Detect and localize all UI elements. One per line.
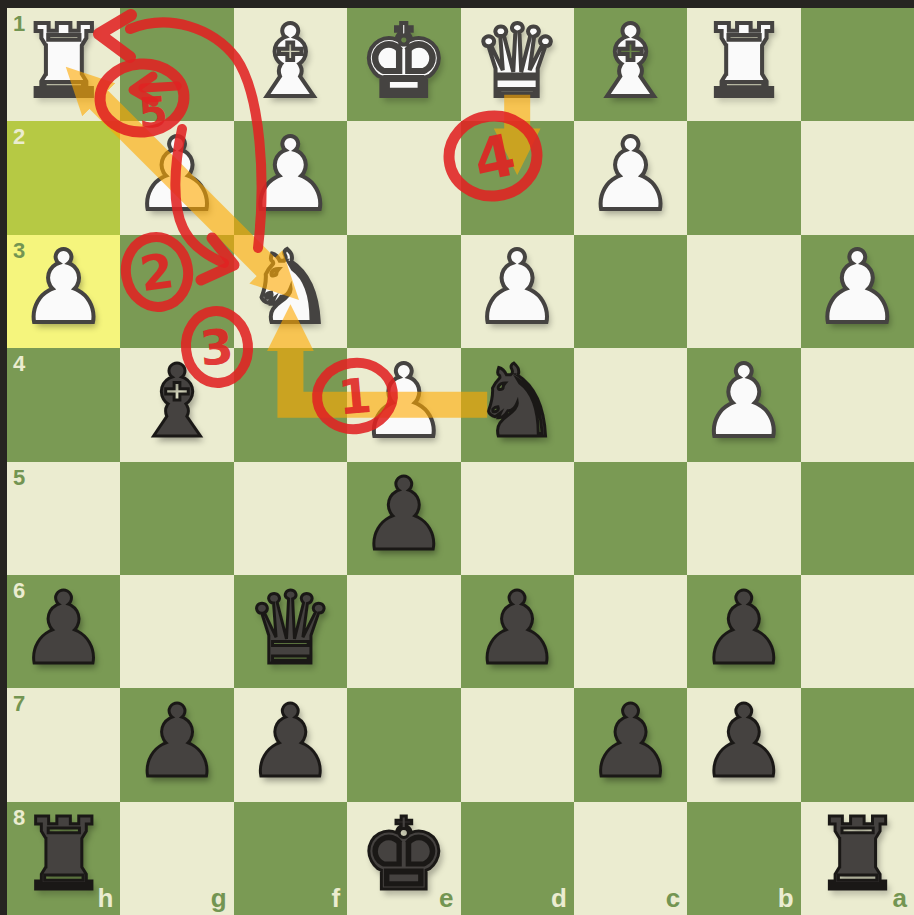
square-f4[interactable]	[234, 348, 347, 461]
piece-black-pawn-b7[interactable]: ♟	[687, 685, 800, 798]
square-f5[interactable]	[234, 462, 347, 575]
piece-white-pawn-a3[interactable]: ♟	[801, 232, 914, 345]
square-c4[interactable]	[574, 348, 687, 461]
square-g5[interactable]	[120, 462, 233, 575]
square-b1[interactable]: ♜	[687, 8, 800, 121]
rank-label-4: 4	[13, 353, 25, 375]
rank-label-7: 7	[13, 693, 25, 715]
square-g7[interactable]: ♟	[120, 688, 233, 801]
square-f7[interactable]: ♟	[234, 688, 347, 801]
square-c3[interactable]	[574, 235, 687, 348]
square-a5[interactable]	[801, 462, 914, 575]
piece-black-pawn-h6[interactable]: ♟	[7, 572, 120, 685]
piece-white-pawn-f2[interactable]: ♟	[234, 118, 347, 231]
square-e1[interactable]: ♚	[347, 8, 460, 121]
piece-black-pawn-f7[interactable]: ♟	[234, 685, 347, 798]
square-b8[interactable]: b	[687, 802, 800, 915]
square-a7[interactable]	[801, 688, 914, 801]
file-label-g: g	[211, 885, 227, 911]
piece-black-pawn-d6[interactable]: ♟	[461, 572, 574, 685]
file-label-c: c	[666, 885, 680, 911]
piece-white-pawn-e4[interactable]: ♟	[347, 345, 460, 458]
square-b4[interactable]: ♟	[687, 348, 800, 461]
rank-label-5: 5	[13, 467, 25, 489]
piece-black-pawn-e5[interactable]: ♟	[347, 459, 460, 572]
piece-white-pawn-b4[interactable]: ♟	[687, 345, 800, 458]
piece-white-rook-b1[interactable]: ♜	[687, 5, 800, 118]
piece-black-pawn-c7[interactable]: ♟	[574, 685, 687, 798]
square-f3[interactable]: ♞	[234, 235, 347, 348]
square-h5[interactable]: 5	[7, 462, 120, 575]
piece-white-queen-d1[interactable]: ♛	[461, 5, 574, 118]
square-a3[interactable]: ♟	[801, 235, 914, 348]
piece-white-knight-f3[interactable]: ♞	[234, 232, 347, 345]
chess-board: 1♜♝♚♛♝♜2♟♟♟3♟♞♟♟4♝♟♞♟5♟6♟♛♟♟7♟♟♟♟8h♜gfe♚…	[7, 8, 914, 915]
square-c8[interactable]: c	[574, 802, 687, 915]
piece-black-pawn-b6[interactable]: ♟	[687, 572, 800, 685]
square-h1[interactable]: 1♜	[7, 8, 120, 121]
square-d2[interactable]	[461, 121, 574, 234]
square-h4[interactable]: 4	[7, 348, 120, 461]
piece-black-pawn-g7[interactable]: ♟	[120, 685, 233, 798]
file-label-f: f	[331, 885, 340, 911]
square-f2[interactable]: ♟	[234, 121, 347, 234]
square-a2[interactable]	[801, 121, 914, 234]
piece-white-king-e1[interactable]: ♚	[347, 5, 460, 118]
square-b7[interactable]: ♟	[687, 688, 800, 801]
square-g2[interactable]: ♟	[120, 121, 233, 234]
square-e2[interactable]	[347, 121, 460, 234]
square-f8[interactable]: f	[234, 802, 347, 915]
piece-white-rook-h1[interactable]: ♜	[7, 5, 120, 118]
square-a4[interactable]	[801, 348, 914, 461]
piece-white-bishop-f1[interactable]: ♝	[234, 5, 347, 118]
square-e6[interactable]	[347, 575, 460, 688]
square-d1[interactable]: ♛	[461, 8, 574, 121]
square-d4[interactable]: ♞	[461, 348, 574, 461]
piece-black-king-e8[interactable]: ♚	[347, 799, 460, 912]
square-d8[interactable]: d	[461, 802, 574, 915]
square-c2[interactable]: ♟	[574, 121, 687, 234]
piece-black-queen-f6[interactable]: ♛	[234, 572, 347, 685]
piece-black-knight-d4[interactable]: ♞	[461, 345, 574, 458]
file-label-d: d	[551, 885, 567, 911]
square-c5[interactable]	[574, 462, 687, 575]
rank-label-2: 2	[13, 126, 25, 148]
square-b5[interactable]	[687, 462, 800, 575]
square-g3[interactable]	[120, 235, 233, 348]
square-f6[interactable]: ♛	[234, 575, 347, 688]
square-d5[interactable]	[461, 462, 574, 575]
square-b3[interactable]	[687, 235, 800, 348]
square-e8[interactable]: e♚	[347, 802, 460, 915]
square-e5[interactable]: ♟	[347, 462, 460, 575]
square-g6[interactable]	[120, 575, 233, 688]
square-f1[interactable]: ♝	[234, 8, 347, 121]
file-label-b: b	[778, 885, 794, 911]
piece-black-bishop-g4[interactable]: ♝	[120, 345, 233, 458]
square-a1[interactable]	[801, 8, 914, 121]
square-g1[interactable]	[120, 8, 233, 121]
square-b2[interactable]	[687, 121, 800, 234]
square-c7[interactable]: ♟	[574, 688, 687, 801]
square-b6[interactable]: ♟	[687, 575, 800, 688]
piece-white-pawn-d3[interactable]: ♟	[461, 232, 574, 345]
square-c1[interactable]: ♝	[574, 8, 687, 121]
square-h3[interactable]: 3♟	[7, 235, 120, 348]
square-h8[interactable]: 8h♜	[7, 802, 120, 915]
square-c6[interactable]	[574, 575, 687, 688]
square-a8[interactable]: a♜	[801, 802, 914, 915]
piece-white-pawn-h3[interactable]: ♟	[7, 232, 120, 345]
piece-white-bishop-c1[interactable]: ♝	[574, 5, 687, 118]
piece-white-pawn-c2[interactable]: ♟	[574, 118, 687, 231]
square-h2[interactable]: 2	[7, 121, 120, 234]
square-g4[interactable]: ♝	[120, 348, 233, 461]
square-d6[interactable]: ♟	[461, 575, 574, 688]
piece-black-rook-a8[interactable]: ♜	[801, 799, 914, 912]
square-h7[interactable]: 7	[7, 688, 120, 801]
square-a6[interactable]	[801, 575, 914, 688]
square-h6[interactable]: 6♟	[7, 575, 120, 688]
piece-black-rook-h8[interactable]: ♜	[7, 799, 120, 912]
square-e3[interactable]	[347, 235, 460, 348]
square-e7[interactable]	[347, 688, 460, 801]
square-e4[interactable]: ♟	[347, 348, 460, 461]
square-d3[interactable]: ♟	[461, 235, 574, 348]
piece-white-pawn-g2[interactable]: ♟	[120, 118, 233, 231]
square-g8[interactable]: g	[120, 802, 233, 915]
square-d7[interactable]	[461, 688, 574, 801]
